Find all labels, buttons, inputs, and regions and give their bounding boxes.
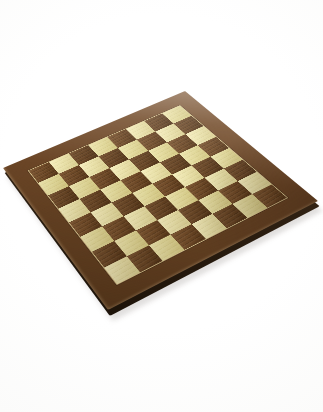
chess-board — [3, 91, 318, 310]
photo-background — [0, 0, 323, 412]
